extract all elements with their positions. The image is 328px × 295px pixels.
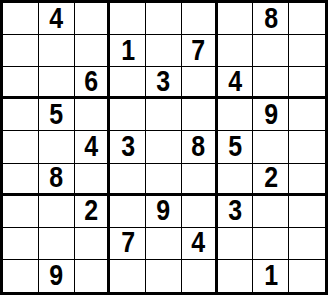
given-digit: 9 (157, 196, 171, 226)
given-digit: 2 (264, 164, 278, 194)
cell-r5c4[interactable]: 3 (110, 131, 146, 163)
cell-r3c8[interactable] (253, 67, 289, 99)
cell-r4c6[interactable] (182, 99, 218, 131)
cell-r4c3[interactable] (75, 99, 111, 131)
cell-r8c3[interactable] (75, 228, 111, 260)
cell-r5c9[interactable] (289, 131, 325, 163)
given-digit: 3 (121, 132, 135, 162)
cell-r7c2[interactable] (39, 196, 75, 228)
given-digit: 7 (191, 36, 205, 66)
given-digit: 2 (84, 196, 98, 226)
cell-r6c6[interactable] (182, 164, 218, 196)
cell-r4c2[interactable]: 5 (39, 99, 75, 131)
cell-r3c7[interactable]: 4 (218, 67, 254, 99)
cell-r4c7[interactable] (218, 99, 254, 131)
sudoku-board: 4817634594385822937491 (0, 0, 328, 295)
given-digit: 7 (121, 228, 135, 258)
cell-r7c4[interactable] (110, 196, 146, 228)
cell-r6c2[interactable]: 8 (39, 164, 75, 196)
cell-r9c7[interactable] (218, 260, 254, 292)
cell-r2c5[interactable] (146, 35, 182, 67)
given-digit: 9 (49, 261, 63, 291)
cell-r8c8[interactable] (253, 228, 289, 260)
given-digit: 4 (49, 4, 63, 34)
cell-r9c8[interactable]: 1 (253, 260, 289, 292)
cell-r5c7[interactable]: 5 (218, 131, 254, 163)
cell-r6c4[interactable] (110, 164, 146, 196)
cell-r8c7[interactable] (218, 228, 254, 260)
given-digit: 5 (228, 132, 242, 162)
cell-r7c6[interactable] (182, 196, 218, 228)
cell-r1c9[interactable] (289, 3, 325, 35)
cell-r6c8[interactable]: 2 (253, 164, 289, 196)
given-digit: 3 (228, 196, 242, 226)
cell-r8c2[interactable] (39, 228, 75, 260)
cell-r8c5[interactable] (146, 228, 182, 260)
given-digit: 4 (228, 67, 242, 97)
cell-r6c7[interactable] (218, 164, 254, 196)
cell-r3c5[interactable]: 3 (146, 67, 182, 99)
cell-r2c7[interactable] (218, 35, 254, 67)
cell-r6c5[interactable] (146, 164, 182, 196)
given-digit: 1 (121, 36, 135, 66)
cell-r1c5[interactable] (146, 3, 182, 35)
cell-r5c8[interactable] (253, 131, 289, 163)
given-digit: 6 (84, 67, 98, 97)
cell-r2c3[interactable] (75, 35, 111, 67)
cell-r7c9[interactable] (289, 196, 325, 228)
cell-r7c7[interactable]: 3 (218, 196, 254, 228)
cell-r4c1[interactable] (3, 99, 39, 131)
given-digit: 1 (264, 261, 278, 291)
cell-r7c1[interactable] (3, 196, 39, 228)
cell-r9c3[interactable] (75, 260, 111, 292)
cell-r3c4[interactable] (110, 67, 146, 99)
cell-r5c1[interactable] (3, 131, 39, 163)
cell-r3c1[interactable] (3, 67, 39, 99)
cell-r6c9[interactable] (289, 164, 325, 196)
cell-r1c7[interactable] (218, 3, 254, 35)
cell-r2c2[interactable] (39, 35, 75, 67)
cell-r7c3[interactable]: 2 (75, 196, 111, 228)
cell-r5c2[interactable] (39, 131, 75, 163)
cell-r1c1[interactable] (3, 3, 39, 35)
cell-r1c4[interactable] (110, 3, 146, 35)
given-digit: 8 (49, 164, 63, 194)
given-digit: 4 (191, 228, 205, 258)
given-digit: 8 (191, 132, 205, 162)
cell-r2c6[interactable]: 7 (182, 35, 218, 67)
cell-r4c4[interactable] (110, 99, 146, 131)
given-digit: 3 (157, 67, 171, 97)
cell-r9c6[interactable] (182, 260, 218, 292)
cell-r2c9[interactable] (289, 35, 325, 67)
cell-r3c9[interactable] (289, 67, 325, 99)
cell-r5c3[interactable]: 4 (75, 131, 111, 163)
cell-r8c6[interactable]: 4 (182, 228, 218, 260)
cell-r2c1[interactable] (3, 35, 39, 67)
cell-r8c9[interactable] (289, 228, 325, 260)
cell-r6c1[interactable] (3, 164, 39, 196)
cell-r8c4[interactable]: 7 (110, 228, 146, 260)
cell-r2c4[interactable]: 1 (110, 35, 146, 67)
cell-r1c6[interactable] (182, 3, 218, 35)
given-digit: 4 (84, 132, 98, 162)
cell-r1c3[interactable] (75, 3, 111, 35)
cell-r4c8[interactable]: 9 (253, 99, 289, 131)
cell-r3c6[interactable] (182, 67, 218, 99)
cell-r8c1[interactable] (3, 228, 39, 260)
cell-r9c9[interactable] (289, 260, 325, 292)
given-digit: 8 (264, 4, 278, 34)
cell-r4c5[interactable] (146, 99, 182, 131)
cell-r2c8[interactable] (253, 35, 289, 67)
cell-r9c4[interactable] (110, 260, 146, 292)
cell-r1c2[interactable]: 4 (39, 3, 75, 35)
cell-r9c1[interactable] (3, 260, 39, 292)
cell-r5c6[interactable]: 8 (182, 131, 218, 163)
cell-r4c9[interactable] (289, 99, 325, 131)
cell-r7c5[interactable]: 9 (146, 196, 182, 228)
cell-r7c8[interactable] (253, 196, 289, 228)
cell-r6c3[interactable] (75, 164, 111, 196)
given-digit: 5 (49, 100, 63, 130)
cell-r1c8[interactable]: 8 (253, 3, 289, 35)
cell-r9c2[interactable]: 9 (39, 260, 75, 292)
cell-r9c5[interactable] (146, 260, 182, 292)
cell-r5c5[interactable] (146, 131, 182, 163)
cell-r3c2[interactable] (39, 67, 75, 99)
given-digit: 9 (264, 100, 278, 130)
cell-r3c3[interactable]: 6 (75, 67, 111, 99)
